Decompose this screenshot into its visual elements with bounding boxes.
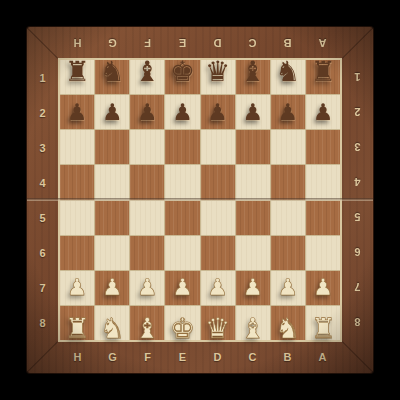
- cream-bishop-f8[interactable]: ♝: [135, 315, 160, 343]
- square-c7[interactable]: ♟: [236, 271, 270, 305]
- brown-pawn-e2[interactable]: ♟: [172, 101, 193, 124]
- cream-pawn-e7[interactable]: ♟: [172, 276, 193, 299]
- square-c6[interactable]: [236, 236, 270, 270]
- rank-label-right-7: 7: [342, 270, 373, 305]
- cream-knight-g8[interactable]: ♞: [100, 315, 125, 343]
- file-labels-top: HGFEDCBA: [60, 27, 340, 58]
- square-a1[interactable]: ♜: [306, 60, 340, 94]
- square-e4[interactable]: [165, 165, 199, 199]
- rank-label-left-2: 2: [27, 95, 58, 130]
- square-h5[interactable]: [60, 201, 94, 235]
- square-c1[interactable]: ♝: [236, 60, 270, 94]
- file-label-bottom-d: D: [200, 342, 235, 373]
- square-e7[interactable]: ♟: [165, 271, 199, 305]
- brown-pawn-h2[interactable]: ♟: [67, 101, 88, 124]
- cream-bishop-c8[interactable]: ♝: [240, 315, 265, 343]
- cream-pawn-d7[interactable]: ♟: [207, 276, 228, 299]
- square-d7[interactable]: ♟: [201, 271, 235, 305]
- square-f6[interactable]: [130, 236, 164, 270]
- square-g6[interactable]: [95, 236, 129, 270]
- cream-pawn-b7[interactable]: ♟: [278, 276, 299, 299]
- rank-label-right-4: 4: [342, 165, 373, 200]
- rank-label-left-4: 4: [27, 165, 58, 200]
- square-g1[interactable]: ♞: [95, 60, 129, 94]
- rank-label-left-7: 7: [27, 270, 58, 305]
- square-a2[interactable]: ♟: [306, 95, 340, 129]
- square-c8[interactable]: ♝: [236, 306, 270, 340]
- square-b7[interactable]: ♟: [271, 271, 305, 305]
- square-e5[interactable]: [165, 201, 199, 235]
- rank-label-left-1: 1: [27, 60, 58, 95]
- frame-miter-joint: [26, 27, 58, 59]
- square-b1[interactable]: ♞: [271, 60, 305, 94]
- photo-background: HGFEDCBA HGFEDCBA 12345678 12345678 ♜♞♝♚…: [0, 0, 400, 400]
- square-b5[interactable]: [271, 201, 305, 235]
- brown-queen-d1[interactable]: ♛: [205, 58, 230, 86]
- rank-label-left-6: 6: [27, 235, 58, 270]
- square-a3[interactable]: [306, 130, 340, 164]
- cream-rook-a8[interactable]: ♜: [310, 315, 335, 343]
- square-e3[interactable]: [165, 130, 199, 164]
- file-label-bottom-b: B: [270, 342, 305, 373]
- cream-pawn-h7[interactable]: ♟: [67, 276, 88, 299]
- brown-pawn-c2[interactable]: ♟: [242, 101, 263, 124]
- file-labels-bottom: HGFEDCBA: [60, 342, 340, 373]
- square-h3[interactable]: [60, 130, 94, 164]
- square-d8[interactable]: ♛: [201, 306, 235, 340]
- brown-king-e1[interactable]: ♚: [170, 58, 195, 86]
- file-label-top-c: C: [235, 27, 270, 58]
- square-h7[interactable]: ♟: [60, 271, 94, 305]
- file-label-top-a: A: [305, 27, 340, 58]
- square-g2[interactable]: ♟: [95, 95, 129, 129]
- square-f8[interactable]: ♝: [130, 306, 164, 340]
- square-f5[interactable]: [130, 201, 164, 235]
- square-d1[interactable]: ♛: [201, 60, 235, 94]
- square-f3[interactable]: [130, 130, 164, 164]
- file-label-top-h: H: [60, 27, 95, 58]
- rank-label-left-3: 3: [27, 130, 58, 165]
- rank-label-left-5: 5: [27, 200, 58, 235]
- file-label-bottom-a: A: [305, 342, 340, 373]
- brown-pawn-a2[interactable]: ♟: [313, 101, 334, 124]
- square-d5[interactable]: [201, 201, 235, 235]
- square-b2[interactable]: ♟: [271, 95, 305, 129]
- file-label-top-f: F: [130, 27, 165, 58]
- brown-bishop-c1[interactable]: ♝: [240, 58, 265, 86]
- square-c4[interactable]: [236, 165, 270, 199]
- rank-label-right-2: 2: [342, 95, 373, 130]
- square-c5[interactable]: [236, 201, 270, 235]
- square-e6[interactable]: [165, 236, 199, 270]
- square-f4[interactable]: [130, 165, 164, 199]
- square-b4[interactable]: [271, 165, 305, 199]
- rank-label-right-3: 3: [342, 130, 373, 165]
- file-label-top-b: B: [270, 27, 305, 58]
- square-c3[interactable]: [236, 130, 270, 164]
- square-f1[interactable]: ♝: [130, 60, 164, 94]
- square-d2[interactable]: ♟: [201, 95, 235, 129]
- file-label-top-g: G: [95, 27, 130, 58]
- square-e2[interactable]: ♟: [165, 95, 199, 129]
- square-h2[interactable]: ♟: [60, 95, 94, 129]
- cream-queen-d8[interactable]: ♛: [205, 315, 230, 343]
- brown-knight-g1[interactable]: ♞: [100, 58, 125, 86]
- file-label-bottom-f: F: [130, 342, 165, 373]
- file-label-bottom-e: E: [165, 342, 200, 373]
- brown-knight-b1[interactable]: ♞: [275, 58, 300, 86]
- square-b8[interactable]: ♞: [271, 306, 305, 340]
- file-label-top-d: D: [200, 27, 235, 58]
- square-a5[interactable]: [306, 201, 340, 235]
- file-label-top-e: E: [165, 27, 200, 58]
- square-d4[interactable]: [201, 165, 235, 199]
- square-h1[interactable]: ♜: [60, 60, 94, 94]
- brown-pawn-g2[interactable]: ♟: [102, 101, 123, 124]
- cream-pawn-f7[interactable]: ♟: [137, 276, 158, 299]
- chess-board: HGFEDCBA HGFEDCBA 12345678 12345678 ♜♞♝♚…: [27, 27, 373, 373]
- square-d3[interactable]: [201, 130, 235, 164]
- square-g8[interactable]: ♞: [95, 306, 129, 340]
- cream-king-e8[interactable]: ♚: [170, 315, 195, 343]
- brown-pawn-d2[interactable]: ♟: [207, 101, 228, 124]
- rank-label-right-1: 1: [342, 60, 373, 95]
- square-g7[interactable]: ♟: [95, 271, 129, 305]
- rank-label-right-6: 6: [342, 235, 373, 270]
- brown-rook-a1[interactable]: ♜: [310, 58, 335, 86]
- cream-knight-b8[interactable]: ♞: [275, 315, 300, 343]
- frame-miter-joint: [342, 341, 374, 373]
- square-e1[interactable]: ♚: [165, 60, 199, 94]
- square-e8[interactable]: ♚: [165, 306, 199, 340]
- square-f2[interactable]: ♟: [130, 95, 164, 129]
- cream-pawn-c7[interactable]: ♟: [242, 276, 263, 299]
- square-h6[interactable]: [60, 236, 94, 270]
- square-a8[interactable]: ♜: [306, 306, 340, 340]
- square-h4[interactable]: [60, 165, 94, 199]
- frame-miter-joint: [342, 27, 374, 59]
- rank-label-right-5: 5: [342, 200, 373, 235]
- file-label-bottom-c: C: [235, 342, 270, 373]
- square-b6[interactable]: [271, 236, 305, 270]
- square-g4[interactable]: [95, 165, 129, 199]
- cream-pawn-g7[interactable]: ♟: [102, 276, 123, 299]
- square-g3[interactable]: [95, 130, 129, 164]
- square-h8[interactable]: ♜: [60, 306, 94, 340]
- brown-pawn-b2[interactable]: ♟: [278, 101, 299, 124]
- cream-pawn-a7[interactable]: ♟: [313, 276, 334, 299]
- square-g5[interactable]: [95, 201, 129, 235]
- fold-seam: [27, 198, 373, 201]
- square-a7[interactable]: ♟: [306, 271, 340, 305]
- square-b3[interactable]: [271, 130, 305, 164]
- brown-bishop-f1[interactable]: ♝: [135, 58, 160, 86]
- cream-rook-h8[interactable]: ♜: [65, 315, 90, 343]
- frame-miter-joint: [26, 341, 58, 373]
- file-label-bottom-g: G: [95, 342, 130, 373]
- file-label-bottom-h: H: [60, 342, 95, 373]
- square-d6[interactable]: [201, 236, 235, 270]
- rank-label-right-8: 8: [342, 305, 373, 340]
- square-c2[interactable]: ♟: [236, 95, 270, 129]
- brown-pawn-f2[interactable]: ♟: [137, 101, 158, 124]
- rank-label-left-8: 8: [27, 305, 58, 340]
- square-f7[interactable]: ♟: [130, 271, 164, 305]
- brown-rook-h1[interactable]: ♜: [65, 58, 90, 86]
- square-a6[interactable]: [306, 236, 340, 270]
- square-a4[interactable]: [306, 165, 340, 199]
